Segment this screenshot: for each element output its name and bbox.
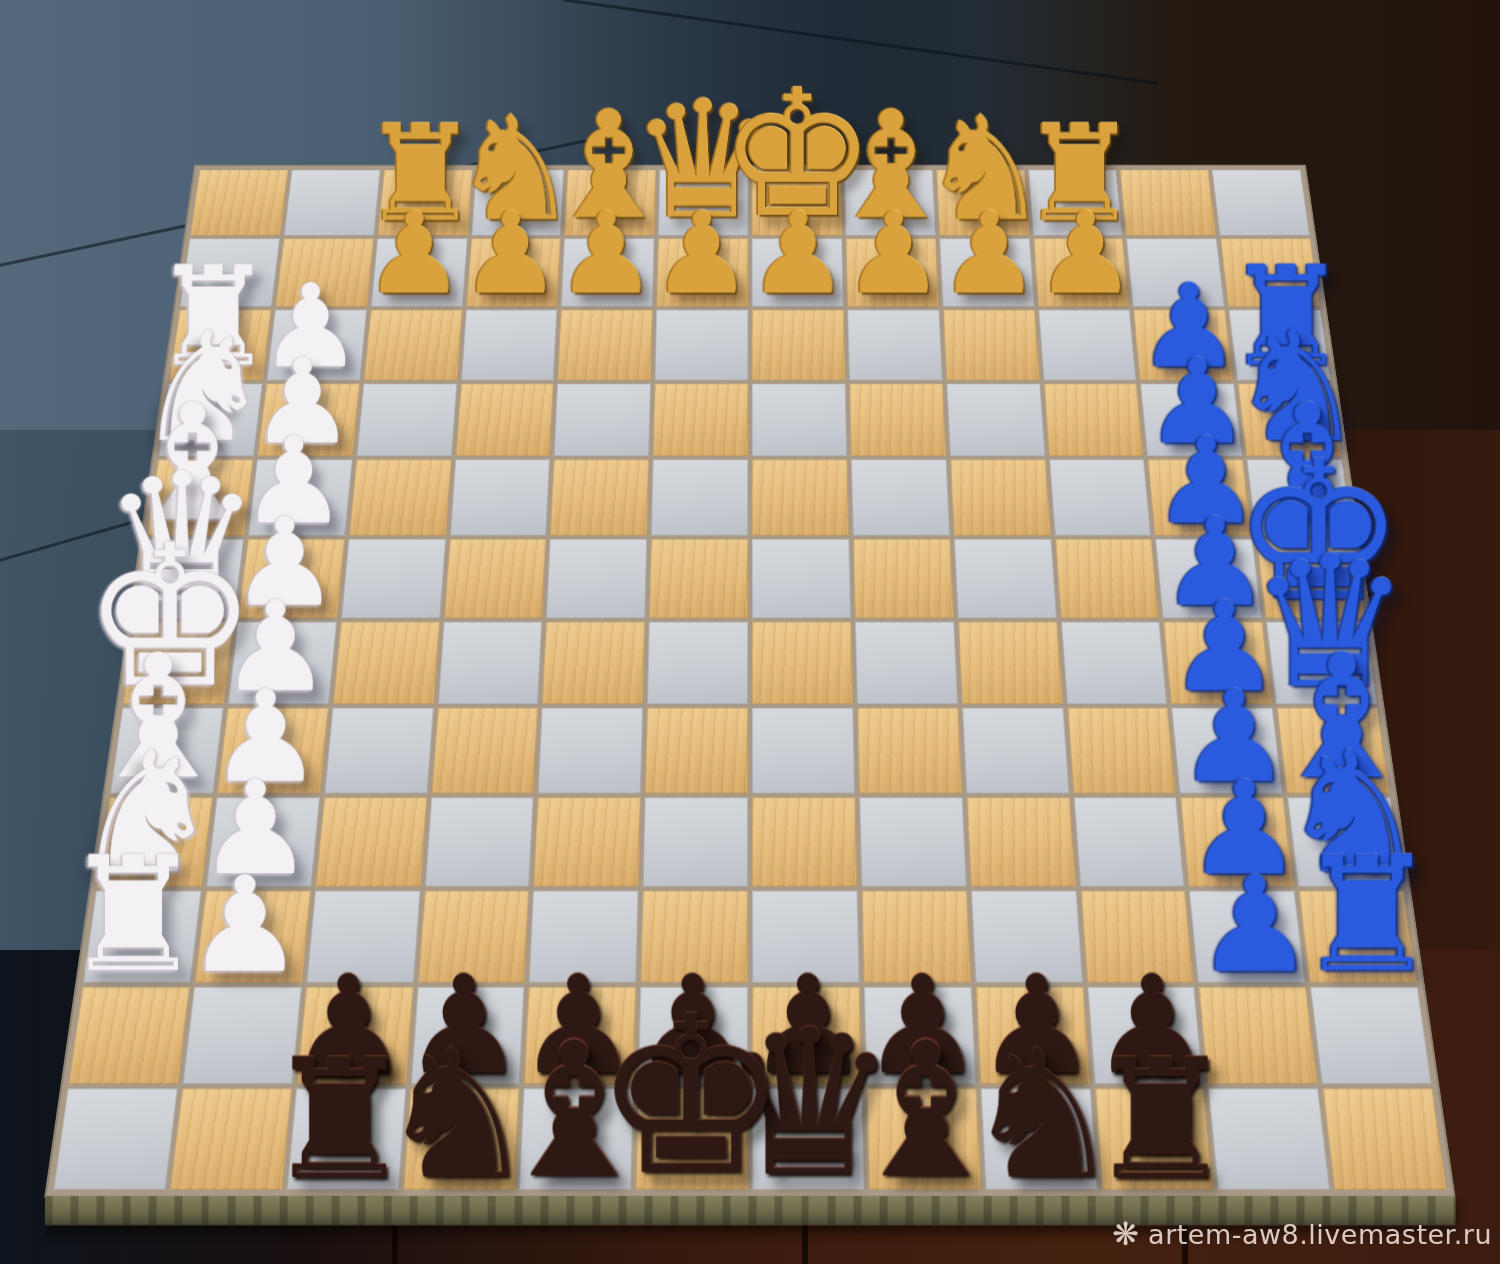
- pieces-layer: ♜♞♝♛♚♝♞♜♟♟♟♟♟♟♟♟♜♟♟♜♞♟♟♞♝♟♟♝♛♟♟♚♚♟♟♛♝♟♟♝…: [47, 166, 1453, 1195]
- yellow-pawn-piece[interactable]: ♟: [843, 200, 944, 307]
- blue-rook-piece[interactable]: ♜: [1296, 839, 1438, 990]
- white-rook-piece[interactable]: ♜: [62, 839, 204, 990]
- watermark: ❋ artem-aw8.livemaster.ru: [1112, 1218, 1492, 1250]
- dark-king-piece[interactable]: ♚: [594, 994, 789, 1201]
- chess-board: ♜♞♝♛♚♝♞♜♟♟♟♟♟♟♟♟♜♟♟♜♞♟♟♞♝♟♟♝♛♟♟♚♚♟♟♛♝♟♟♝…: [47, 166, 1453, 1195]
- photo-canvas: { "game": "four-player chess (homemade 1…: [0, 0, 1500, 1264]
- yellow-pawn-piece[interactable]: ♟: [939, 200, 1040, 307]
- yellow-pawn-piece[interactable]: ♟: [747, 200, 848, 307]
- yellow-pawn-piece[interactable]: ♟: [1035, 200, 1136, 307]
- board-scene: ♜♞♝♛♚♝♞♜♟♟♟♟♟♟♟♟♜♟♟♜♞♟♟♞♝♟♟♝♛♟♟♚♚♟♟♛♝♟♟♝…: [130, 60, 1370, 1180]
- watermark-text: artem-aw8.livemaster.ru: [1148, 1219, 1492, 1250]
- yellow-pawn-piece[interactable]: ♟: [460, 200, 561, 307]
- yellow-pawn-piece[interactable]: ♟: [556, 200, 657, 307]
- yellow-pawn-piece[interactable]: ♟: [651, 200, 752, 307]
- sunburst-icon: ❋: [1112, 1218, 1139, 1250]
- yellow-pawn-piece[interactable]: ♟: [364, 200, 465, 307]
